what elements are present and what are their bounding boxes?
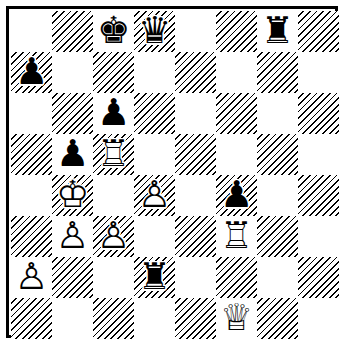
- piece-black-pawn: ♟♟: [216, 175, 257, 216]
- square-c5[interactable]: ♜♖: [93, 134, 134, 175]
- piece-white-queen: ♛♕: [216, 298, 257, 339]
- square-b5[interactable]: ♟♟: [52, 134, 93, 175]
- square-h8[interactable]: [298, 11, 339, 52]
- square-h4[interactable]: [298, 175, 339, 216]
- square-a2[interactable]: ♟♙: [11, 257, 52, 298]
- piece-white-rook: ♜♖: [216, 216, 257, 257]
- square-a7[interactable]: ♟♟: [11, 52, 52, 93]
- square-a8[interactable]: [11, 11, 52, 52]
- square-h5[interactable]: [298, 134, 339, 175]
- square-h6[interactable]: [298, 93, 339, 134]
- square-c1[interactable]: [93, 298, 134, 339]
- square-f8[interactable]: [216, 11, 257, 52]
- piece-black-queen: ♛♛: [134, 11, 175, 52]
- square-h3[interactable]: [298, 216, 339, 257]
- square-e5[interactable]: [175, 134, 216, 175]
- black-pawn-icon: ♟: [56, 135, 89, 172]
- piece-white-pawn: ♟♙: [134, 175, 175, 216]
- white-rook-halo: ♜: [220, 217, 253, 254]
- square-c3[interactable]: ♟♙: [93, 216, 134, 257]
- square-e8[interactable]: [175, 11, 216, 52]
- square-e2[interactable]: [175, 257, 216, 298]
- black-king-halo: ♚: [97, 12, 130, 49]
- square-b4[interactable]: ♚♔: [52, 175, 93, 216]
- black-rook-icon: ♜: [138, 258, 171, 295]
- square-b8[interactable]: [52, 11, 93, 52]
- square-b3[interactable]: ♟♙: [52, 216, 93, 257]
- square-f6[interactable]: [216, 93, 257, 134]
- chess-board: ♚♚♛♛♜♜♟♟♟♟♟♟♜♖♚♔♟♙♟♟♟♙♟♙♜♖♟♙♜♜♛♕: [11, 11, 339, 339]
- piece-white-pawn: ♟♙: [11, 257, 52, 298]
- square-e4[interactable]: [175, 175, 216, 216]
- black-rook-icon: ♜: [261, 12, 294, 49]
- white-queen-halo: ♛: [220, 299, 253, 336]
- square-g1[interactable]: [257, 298, 298, 339]
- square-d8[interactable]: ♛♛: [134, 11, 175, 52]
- square-g3[interactable]: [257, 216, 298, 257]
- black-queen-halo: ♛: [138, 12, 171, 49]
- square-f1[interactable]: ♛♕: [216, 298, 257, 339]
- piece-white-pawn: ♟♙: [52, 216, 93, 257]
- white-pawn-halo: ♟: [15, 258, 48, 295]
- square-d1[interactable]: [134, 298, 175, 339]
- white-rook-icon: ♖: [220, 217, 253, 254]
- white-king-halo: ♚: [56, 176, 89, 213]
- white-king-icon: ♔: [56, 176, 89, 213]
- square-d4[interactable]: ♟♙: [134, 175, 175, 216]
- white-rook-halo: ♜: [97, 135, 130, 172]
- square-f5[interactable]: [216, 134, 257, 175]
- white-pawn-halo: ♟: [56, 217, 89, 254]
- black-queen-icon: ♛: [138, 12, 171, 49]
- black-rook-halo: ♜: [261, 12, 294, 49]
- black-pawn-halo: ♟: [15, 53, 48, 90]
- square-g6[interactable]: [257, 93, 298, 134]
- square-e3[interactable]: [175, 216, 216, 257]
- black-rook-halo: ♜: [138, 258, 171, 295]
- square-h7[interactable]: [298, 52, 339, 93]
- white-rook-icon: ♖: [97, 135, 130, 172]
- square-b2[interactable]: [52, 257, 93, 298]
- square-e6[interactable]: [175, 93, 216, 134]
- square-e1[interactable]: [175, 298, 216, 339]
- square-h1[interactable]: [298, 298, 339, 339]
- white-pawn-icon: ♙: [56, 217, 89, 254]
- square-d7[interactable]: [134, 52, 175, 93]
- square-f2[interactable]: [216, 257, 257, 298]
- white-pawn-halo: ♟: [138, 176, 171, 213]
- black-pawn-icon: ♟: [15, 53, 48, 90]
- piece-white-rook: ♜♖: [93, 134, 134, 175]
- black-pawn-halo: ♟: [56, 135, 89, 172]
- square-d2[interactable]: ♜♜: [134, 257, 175, 298]
- square-e7[interactable]: [175, 52, 216, 93]
- square-f4[interactable]: ♟♟: [216, 175, 257, 216]
- square-b1[interactable]: [52, 298, 93, 339]
- square-g5[interactable]: [257, 134, 298, 175]
- square-g8[interactable]: ♜♜: [257, 11, 298, 52]
- square-f3[interactable]: ♜♖: [216, 216, 257, 257]
- square-d5[interactable]: [134, 134, 175, 175]
- square-d3[interactable]: [134, 216, 175, 257]
- square-c7[interactable]: [93, 52, 134, 93]
- white-pawn-icon: ♙: [97, 217, 130, 254]
- white-pawn-icon: ♙: [138, 176, 171, 213]
- square-c6[interactable]: ♟♟: [93, 93, 134, 134]
- square-g4[interactable]: [257, 175, 298, 216]
- piece-black-rook: ♜♜: [257, 11, 298, 52]
- square-g2[interactable]: [257, 257, 298, 298]
- square-b7[interactable]: [52, 52, 93, 93]
- square-b6[interactable]: [52, 93, 93, 134]
- white-pawn-icon: ♙: [15, 258, 48, 295]
- square-h2[interactable]: [298, 257, 339, 298]
- piece-black-pawn: ♟♟: [52, 134, 93, 175]
- square-a4[interactable]: [11, 175, 52, 216]
- black-pawn-icon: ♟: [220, 176, 253, 213]
- black-pawn-halo: ♟: [97, 94, 130, 131]
- square-a6[interactable]: [11, 93, 52, 134]
- piece-black-king: ♚♚: [93, 11, 134, 52]
- piece-white-pawn: ♟♙: [93, 216, 134, 257]
- square-g7[interactable]: [257, 52, 298, 93]
- piece-black-rook: ♜♜: [134, 257, 175, 298]
- black-pawn-icon: ♟: [97, 94, 130, 131]
- piece-white-king: ♚♔: [52, 175, 93, 216]
- piece-black-pawn: ♟♟: [11, 52, 52, 93]
- piece-black-pawn: ♟♟: [93, 93, 134, 134]
- square-a3[interactable]: [11, 216, 52, 257]
- square-d6[interactable]: [134, 93, 175, 134]
- square-c4[interactable]: [93, 175, 134, 216]
- square-c2[interactable]: [93, 257, 134, 298]
- black-king-icon: ♚: [97, 12, 130, 49]
- square-f7[interactable]: [216, 52, 257, 93]
- white-pawn-halo: ♟: [97, 217, 130, 254]
- white-queen-icon: ♕: [220, 299, 253, 336]
- square-c8[interactable]: ♚♚: [93, 11, 134, 52]
- square-a1[interactable]: [11, 298, 52, 339]
- square-a5[interactable]: [11, 134, 52, 175]
- black-pawn-halo: ♟: [220, 176, 253, 213]
